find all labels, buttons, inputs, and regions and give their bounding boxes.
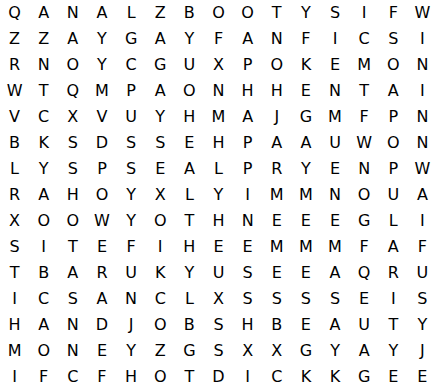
grid-cell[interactable]: S [117,130,146,156]
grid-cell[interactable]: X [262,338,291,364]
grid-cell[interactable]: Z [29,26,58,52]
grid-cell[interactable]: P [233,130,262,156]
grid-cell[interactable]: Q [58,78,87,104]
grid-cell[interactable]: G [350,208,379,234]
grid-cell[interactable]: S [379,26,408,52]
grid-cell[interactable]: O [146,312,175,338]
grid-cell[interactable]: K [146,260,175,286]
grid-cell[interactable]: A [379,78,408,104]
grid-cell[interactable]: Y [146,104,175,130]
grid-cell[interactable]: E [320,156,349,182]
grid-cell[interactable]: X [204,52,233,78]
grid-cell[interactable]: O [233,0,262,26]
grid-cell[interactable]: N [408,130,437,156]
grid-cell[interactable]: A [29,312,58,338]
grid-cell[interactable]: U [320,130,349,156]
grid-cell[interactable]: H [0,312,29,338]
grid-cell[interactable]: E [262,260,291,286]
grid-cell[interactable]: T [175,364,204,390]
grid-cell[interactable]: O [58,208,87,234]
grid-cell[interactable]: Q [0,0,29,26]
grid-cell[interactable]: E [204,234,233,260]
grid-cell[interactable]: K [291,364,320,390]
grid-cell[interactable]: W [408,156,437,182]
grid-cell[interactable]: T [379,312,408,338]
grid-cell[interactable]: M [350,52,379,78]
grid-cell[interactable]: U [175,52,204,78]
grid-cell[interactable]: G [175,338,204,364]
grid-cell[interactable]: S [408,286,437,312]
grid-cell[interactable]: E [146,156,175,182]
grid-cell[interactable]: G [146,52,175,78]
grid-cell[interactable]: O [204,0,233,26]
grid-cell[interactable]: A [291,130,320,156]
grid-cell[interactable]: F [204,26,233,52]
grid-cell[interactable]: O [379,130,408,156]
grid-cell[interactable]: W [0,78,29,104]
grid-cell[interactable]: A [233,104,262,130]
grid-cell[interactable]: H [233,78,262,104]
grid-cell[interactable]: S [117,156,146,182]
grid-cell[interactable]: H [262,78,291,104]
grid-cell[interactable]: I [408,208,437,234]
grid-cell[interactable]: H [204,208,233,234]
grid-cell[interactable]: I [233,182,262,208]
grid-cell[interactable]: A [175,156,204,182]
grid-cell[interactable]: M [291,182,320,208]
grid-cell[interactable]: J [408,338,437,364]
grid-cell[interactable]: Y [117,338,146,364]
grid-cell[interactable]: E [291,78,320,104]
grid-cell[interactable]: M [204,104,233,130]
grid-cell[interactable]: Y [320,338,349,364]
grid-cell[interactable]: S [320,286,349,312]
grid-cell[interactable]: N [408,104,437,130]
grid-cell[interactable]: Y [87,52,116,78]
grid-cell[interactable]: S [0,234,29,260]
grid-cell[interactable]: I [408,78,437,104]
grid-cell[interactable]: O [146,208,175,234]
grid-cell[interactable]: F [87,364,116,390]
grid-cell[interactable]: A [350,338,379,364]
grid-cell[interactable]: I [0,364,29,390]
grid-cell[interactable]: S [58,130,87,156]
grid-cell[interactable]: A [146,26,175,52]
grid-cell[interactable]: W [350,130,379,156]
grid-cell[interactable]: Z [146,338,175,364]
grid-cell[interactable]: O [58,52,87,78]
grid-cell[interactable]: O [146,364,175,390]
grid-cell[interactable]: I [233,364,262,390]
grid-cell[interactable]: N [29,52,58,78]
grid-cell[interactable]: P [233,52,262,78]
grid-cell[interactable]: F [379,0,408,26]
grid-cell[interactable]: X [146,182,175,208]
grid-cell[interactable]: O [87,182,116,208]
grid-cell[interactable]: T [58,234,87,260]
grid-cell[interactable]: M [320,234,349,260]
grid-cell[interactable]: X [58,104,87,130]
grid-cell[interactable]: H [58,182,87,208]
grid-cell[interactable]: Y [175,26,204,52]
grid-cell[interactable]: N [262,26,291,52]
grid-cell[interactable]: U [117,260,146,286]
grid-cell[interactable]: A [379,234,408,260]
grid-cell[interactable]: L [379,208,408,234]
grid-cell[interactable]: V [0,104,29,130]
grid-cell[interactable]: S [233,286,262,312]
grid-cell[interactable]: T [262,0,291,26]
grid-cell[interactable]: L [175,286,204,312]
grid-cell[interactable]: F [291,26,320,52]
grid-cell[interactable]: Y [29,156,58,182]
grid-cell[interactable]: I [408,26,437,52]
grid-cell[interactable]: N [320,78,349,104]
grid-cell[interactable]: A [29,182,58,208]
grid-cell[interactable]: Y [379,338,408,364]
grid-cell[interactable]: X [0,208,29,234]
grid-cell[interactable]: L [0,156,29,182]
grid-cell[interactable]: Q [350,260,379,286]
grid-cell[interactable]: E [175,130,204,156]
grid-cell[interactable]: E [350,286,379,312]
grid-cell[interactable]: E [291,208,320,234]
grid-cell[interactable]: J [262,104,291,130]
grid-cell[interactable]: Y [204,182,233,208]
grid-cell[interactable]: D [204,364,233,390]
grid-cell[interactable]: E [262,208,291,234]
grid-cell[interactable]: E [408,364,437,390]
grid-cell[interactable]: Y [117,182,146,208]
grid-cell[interactable]: N [350,156,379,182]
grid-cell[interactable]: N [408,52,437,78]
grid-cell[interactable]: S [291,286,320,312]
grid-cell[interactable]: G [117,26,146,52]
grid-cell[interactable]: P [379,104,408,130]
grid-cell[interactable]: S [204,338,233,364]
grid-cell[interactable]: O [350,182,379,208]
grid-cell[interactable]: O [379,52,408,78]
grid-cell[interactable]: E [233,234,262,260]
grid-cell[interactable]: Z [0,26,29,52]
grid-cell[interactable]: C [58,364,87,390]
grid-cell[interactable]: D [87,312,116,338]
grid-cell[interactable]: B [175,312,204,338]
grid-cell[interactable]: J [117,312,146,338]
grid-cell[interactable]: M [291,234,320,260]
grid-cell[interactable]: A [58,260,87,286]
grid-cell[interactable]: L [117,0,146,26]
grid-cell[interactable]: K [291,52,320,78]
grid-cell[interactable]: B [262,312,291,338]
grid-cell[interactable]: K [320,364,349,390]
grid-cell[interactable]: B [175,0,204,26]
grid-cell[interactable]: V [87,104,116,130]
grid-cell[interactable]: E [87,338,116,364]
grid-cell[interactable]: R [379,260,408,286]
grid-cell[interactable]: E [320,52,349,78]
grid-cell[interactable]: Y [175,260,204,286]
grid-cell[interactable]: Y [291,156,320,182]
grid-cell[interactable]: T [29,78,58,104]
grid-cell[interactable]: U [204,260,233,286]
grid-cell[interactable]: M [262,182,291,208]
grid-cell[interactable]: C [262,364,291,390]
grid-cell[interactable]: G [291,104,320,130]
grid-cell[interactable]: Y [87,26,116,52]
grid-cell[interactable]: S [204,312,233,338]
grid-cell[interactable]: F [408,234,437,260]
grid-cell[interactable]: O [262,52,291,78]
grid-cell[interactable]: D [87,130,116,156]
grid-cell[interactable]: K [29,130,58,156]
grid-cell[interactable]: M [0,338,29,364]
grid-cell[interactable]: Y [291,0,320,26]
grid-cell[interactable]: U [408,260,437,286]
grid-cell[interactable]: H [175,234,204,260]
grid-cell[interactable]: P [233,156,262,182]
grid-cell[interactable]: R [0,182,29,208]
grid-cell[interactable]: L [204,156,233,182]
grid-cell[interactable]: Y [117,208,146,234]
grid-cell[interactable]: C [29,104,58,130]
grid-cell[interactable]: L [175,182,204,208]
grid-cell[interactable]: I [146,234,175,260]
grid-cell[interactable]: N [233,208,262,234]
grid-cell[interactable]: T [0,260,29,286]
grid-cell[interactable]: B [0,130,29,156]
grid-cell[interactable]: F [117,234,146,260]
grid-cell[interactable]: E [291,260,320,286]
grid-cell[interactable]: S [320,0,349,26]
grid-cell[interactable]: A [320,312,349,338]
grid-cell[interactable]: A [320,260,349,286]
grid-cell[interactable]: S [58,156,87,182]
grid-cell[interactable]: X [233,338,262,364]
grid-cell[interactable]: A [233,26,262,52]
grid-cell[interactable]: W [87,208,116,234]
grid-cell[interactable]: N [204,78,233,104]
grid-cell[interactable]: I [0,286,29,312]
grid-cell[interactable]: S [146,130,175,156]
grid-cell[interactable]: S [233,260,262,286]
grid-cell[interactable]: S [262,286,291,312]
grid-cell[interactable]: C [117,52,146,78]
grid-cell[interactable]: R [262,156,291,182]
grid-cell[interactable]: P [87,156,116,182]
grid-cell[interactable]: O [29,208,58,234]
grid-cell[interactable]: M [320,104,349,130]
grid-cell[interactable]: E [320,208,349,234]
grid-cell[interactable]: A [146,78,175,104]
grid-cell[interactable]: E [87,234,116,260]
grid-cell[interactable]: G [350,364,379,390]
grid-cell[interactable]: H [175,104,204,130]
grid-cell[interactable]: S [58,286,87,312]
grid-cell[interactable]: I [379,286,408,312]
grid-cell[interactable]: N [58,338,87,364]
grid-cell[interactable]: A [408,182,437,208]
grid-cell[interactable]: W [408,0,437,26]
grid-cell[interactable]: I [350,0,379,26]
grid-cell[interactable]: P [379,156,408,182]
grid-cell[interactable]: C [350,26,379,52]
grid-cell[interactable]: R [87,260,116,286]
grid-cell[interactable]: Z [146,0,175,26]
grid-cell[interactable]: U [117,104,146,130]
grid-cell[interactable]: E [291,312,320,338]
grid-cell[interactable]: H [117,364,146,390]
grid-cell[interactable]: C [146,286,175,312]
grid-cell[interactable]: T [350,78,379,104]
grid-cell[interactable]: F [350,104,379,130]
grid-cell[interactable]: F [29,364,58,390]
grid-cell[interactable]: N [117,286,146,312]
grid-cell[interactable]: P [117,78,146,104]
grid-cell[interactable]: U [350,312,379,338]
grid-cell[interactable]: U [379,182,408,208]
grid-cell[interactable]: E [379,364,408,390]
grid-cell[interactable]: R [0,52,29,78]
grid-cell[interactable]: A [29,0,58,26]
grid-cell[interactable]: Y [408,312,437,338]
grid-cell[interactable]: G [291,338,320,364]
grid-cell[interactable]: H [233,312,262,338]
grid-cell[interactable]: H [204,130,233,156]
grid-cell[interactable]: O [175,78,204,104]
grid-cell[interactable]: A [87,0,116,26]
grid-cell[interactable]: O [29,338,58,364]
grid-cell[interactable]: M [87,78,116,104]
grid-cell[interactable]: B [29,260,58,286]
grid-cell[interactable]: T [175,208,204,234]
grid-cell[interactable]: N [58,0,87,26]
grid-cell[interactable]: A [262,130,291,156]
grid-cell[interactable]: F [350,234,379,260]
grid-cell[interactable]: A [87,286,116,312]
grid-cell[interactable]: C [29,286,58,312]
grid-cell[interactable]: X [204,286,233,312]
grid-cell[interactable]: N [58,312,87,338]
grid-cell[interactable]: A [58,26,87,52]
grid-cell[interactable]: M [262,234,291,260]
word-search-grid: QANALZBOOTYSIFWZZAYGAYFANFICSIRNOYCGUXPO… [0,0,437,390]
grid-cell[interactable]: I [320,26,349,52]
grid-cell[interactable]: N [320,182,349,208]
grid-cell[interactable]: I [29,234,58,260]
